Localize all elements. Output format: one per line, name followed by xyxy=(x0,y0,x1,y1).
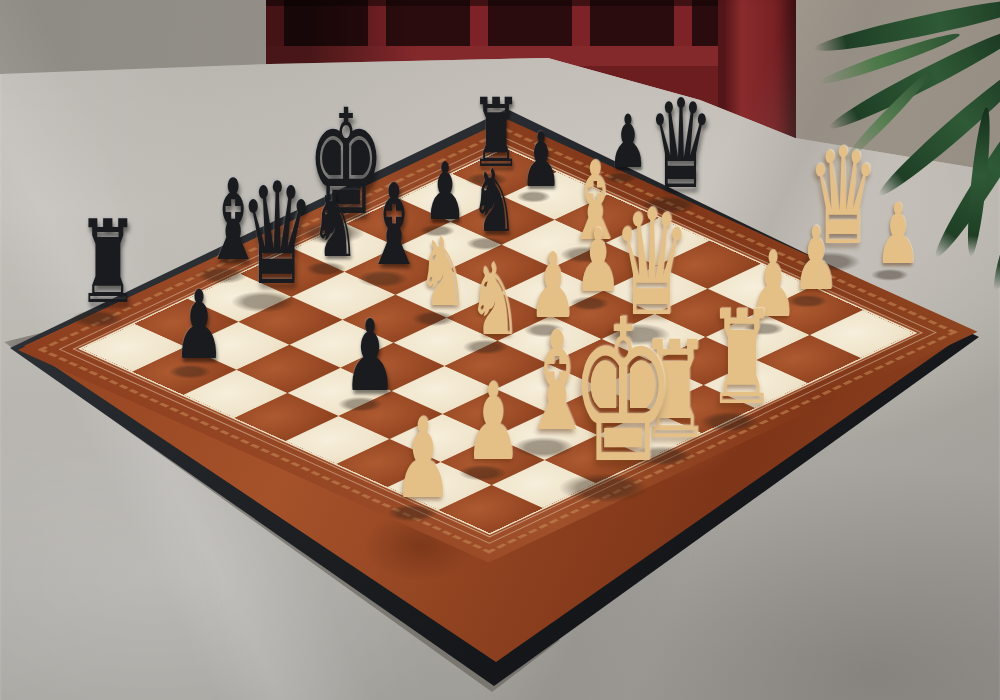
square-e1[interactable] xyxy=(651,385,755,433)
square-d7[interactable] xyxy=(292,272,396,320)
square-e6[interactable] xyxy=(396,270,500,318)
square-f8[interactable] xyxy=(347,199,451,247)
square-f4[interactable] xyxy=(551,291,655,339)
square-b8[interactable] xyxy=(135,299,239,347)
square-b6[interactable] xyxy=(237,345,341,393)
square-d4[interactable] xyxy=(445,341,549,389)
square-f6[interactable] xyxy=(449,245,553,293)
photo-scene: ♚♜♜♝♟♟♟♟♛♟♟♞♞♝♚♛♜♜♝♝♞♞♟♟♟♟♟♛♛♟ xyxy=(0,0,1000,700)
square-g4[interactable] xyxy=(604,266,708,314)
square-h8[interactable] xyxy=(453,149,557,197)
square-g3[interactable] xyxy=(655,289,759,337)
square-d8[interactable] xyxy=(241,249,345,297)
square-h3[interactable] xyxy=(708,264,812,312)
square-c8[interactable] xyxy=(188,274,292,322)
square-e4[interactable] xyxy=(498,316,602,364)
square-a8[interactable] xyxy=(82,324,186,372)
square-h4[interactable] xyxy=(657,241,761,289)
square-a6[interactable] xyxy=(184,370,288,418)
square-c4[interactable] xyxy=(392,366,496,414)
square-c6[interactable] xyxy=(290,320,394,368)
square-a1[interactable] xyxy=(439,485,543,533)
square-a7[interactable] xyxy=(133,347,237,395)
square-h1[interactable] xyxy=(810,310,914,358)
square-c3[interactable] xyxy=(443,389,547,437)
square-g6[interactable] xyxy=(502,220,606,268)
square-e3[interactable] xyxy=(549,339,653,387)
square-d5[interactable] xyxy=(394,318,498,366)
square-b2[interactable] xyxy=(441,437,545,485)
square-g1[interactable] xyxy=(757,335,861,383)
square-c2[interactable] xyxy=(494,412,598,460)
square-b1[interactable] xyxy=(492,460,596,508)
square-g7[interactable] xyxy=(451,197,555,245)
square-g5[interactable] xyxy=(553,243,657,291)
square-f7[interactable] xyxy=(398,222,502,270)
square-f3[interactable] xyxy=(602,314,706,362)
square-a5[interactable] xyxy=(235,393,339,441)
square-b7[interactable] xyxy=(186,322,290,370)
square-e8[interactable] xyxy=(294,224,398,272)
square-g8[interactable] xyxy=(400,174,504,222)
square-b4[interactable] xyxy=(339,391,443,439)
square-a3[interactable] xyxy=(337,439,441,487)
square-d3[interactable] xyxy=(496,364,600,412)
square-h6[interactable] xyxy=(555,195,659,243)
square-f5[interactable] xyxy=(500,268,604,316)
square-b3[interactable] xyxy=(390,414,494,462)
houseplant xyxy=(768,0,1000,228)
square-d6[interactable] xyxy=(343,295,447,343)
square-h2[interactable] xyxy=(759,287,863,335)
square-b5[interactable] xyxy=(288,368,392,416)
square-d2[interactable] xyxy=(547,387,651,435)
square-h5[interactable] xyxy=(606,218,710,266)
square-e2[interactable] xyxy=(600,362,704,410)
square-e7[interactable] xyxy=(345,247,449,295)
square-h7[interactable] xyxy=(504,172,608,220)
square-g2[interactable] xyxy=(706,312,810,360)
square-f1[interactable] xyxy=(704,360,808,408)
square-c7[interactable] xyxy=(239,297,343,345)
square-c1[interactable] xyxy=(545,435,649,483)
square-e5[interactable] xyxy=(447,293,551,341)
square-a4[interactable] xyxy=(286,416,390,464)
square-c5[interactable] xyxy=(341,343,445,391)
square-d1[interactable] xyxy=(598,410,702,458)
square-f2[interactable] xyxy=(653,337,757,385)
square-a2[interactable] xyxy=(388,462,492,510)
